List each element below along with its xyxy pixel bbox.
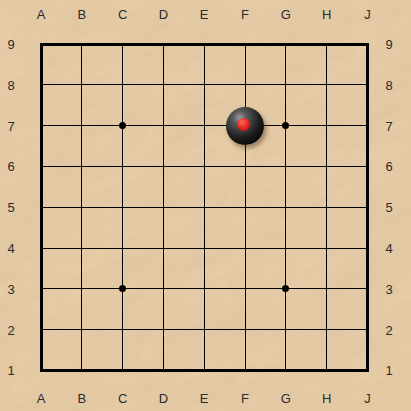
- intersection-G7[interactable]: [265, 105, 306, 146]
- column-label-bottom-J: J: [364, 392, 371, 405]
- intersection-H2[interactable]: [306, 309, 347, 350]
- intersection-J1[interactable]: [347, 350, 388, 391]
- row-label-right-8: 8: [385, 78, 392, 91]
- row-label-left-5: 5: [7, 201, 14, 214]
- intersection-C6[interactable]: [102, 146, 143, 187]
- intersection-J9[interactable]: [347, 24, 388, 65]
- intersection-H1[interactable]: [306, 350, 347, 391]
- intersection-A3[interactable]: [21, 268, 62, 309]
- intersection-C1[interactable]: [102, 350, 143, 391]
- go-board: [21, 24, 388, 391]
- column-label-bottom-B: B: [77, 392, 86, 405]
- stone-black-F7: [226, 107, 264, 145]
- intersection-F5[interactable]: [225, 187, 266, 228]
- column-label-top-E: E: [200, 8, 209, 21]
- intersection-A8[interactable]: [21, 64, 62, 105]
- intersection-F2[interactable]: [225, 309, 266, 350]
- column-label-bottom-C: C: [118, 392, 127, 405]
- intersection-D4[interactable]: [143, 228, 184, 269]
- intersection-F6[interactable]: [225, 146, 266, 187]
- row-label-right-7: 7: [385, 119, 392, 132]
- intersection-G2[interactable]: [265, 309, 306, 350]
- intersection-A4[interactable]: [21, 228, 62, 269]
- row-label-right-4: 4: [385, 242, 392, 255]
- intersection-G3[interactable]: [265, 268, 306, 309]
- intersection-H4[interactable]: [306, 228, 347, 269]
- intersection-H7[interactable]: [306, 105, 347, 146]
- intersection-H9[interactable]: [306, 24, 347, 65]
- intersection-H5[interactable]: [306, 187, 347, 228]
- intersection-A6[interactable]: [21, 146, 62, 187]
- intersection-J4[interactable]: [347, 228, 388, 269]
- intersection-E9[interactable]: [184, 24, 225, 65]
- intersection-D5[interactable]: [143, 187, 184, 228]
- intersection-A5[interactable]: [21, 187, 62, 228]
- intersection-F9[interactable]: [225, 24, 266, 65]
- column-label-top-F: F: [241, 8, 249, 21]
- intersection-B9[interactable]: [61, 24, 102, 65]
- row-label-right-9: 9: [385, 38, 392, 51]
- column-label-bottom-A: A: [37, 392, 46, 405]
- row-label-left-6: 6: [7, 160, 14, 173]
- row-label-left-4: 4: [7, 242, 14, 255]
- column-label-top-B: B: [77, 8, 86, 21]
- intersection-B8[interactable]: [61, 64, 102, 105]
- intersection-C4[interactable]: [102, 228, 143, 269]
- intersection-B1[interactable]: [61, 350, 102, 391]
- row-label-left-8: 8: [7, 78, 14, 91]
- intersection-D3[interactable]: [143, 268, 184, 309]
- column-label-bottom-E: E: [200, 392, 209, 405]
- row-label-left-7: 7: [7, 119, 14, 132]
- intersection-D1[interactable]: [143, 350, 184, 391]
- intersection-H3[interactable]: [306, 268, 347, 309]
- intersection-J5[interactable]: [347, 187, 388, 228]
- column-label-top-H: H: [322, 8, 331, 21]
- intersection-D6[interactable]: [143, 146, 184, 187]
- intersection-F3[interactable]: [225, 268, 266, 309]
- intersection-B5[interactable]: [61, 187, 102, 228]
- intersection-G8[interactable]: [265, 64, 306, 105]
- intersection-J2[interactable]: [347, 309, 388, 350]
- intersection-C2[interactable]: [102, 309, 143, 350]
- intersection-J3[interactable]: [347, 268, 388, 309]
- intersection-E8[interactable]: [184, 64, 225, 105]
- intersection-J8[interactable]: [347, 64, 388, 105]
- intersection-E2[interactable]: [184, 309, 225, 350]
- intersection-C7[interactable]: [102, 105, 143, 146]
- star-point-C7: [119, 122, 126, 129]
- intersection-C5[interactable]: [102, 187, 143, 228]
- intersection-B6[interactable]: [61, 146, 102, 187]
- intersection-F8[interactable]: [225, 64, 266, 105]
- intersection-D7[interactable]: [143, 105, 184, 146]
- intersection-E7[interactable]: [184, 105, 225, 146]
- column-label-top-G: G: [281, 8, 291, 21]
- intersection-D8[interactable]: [143, 64, 184, 105]
- column-label-bottom-G: G: [281, 392, 291, 405]
- row-label-right-6: 6: [385, 160, 392, 173]
- intersection-F7[interactable]: [225, 105, 266, 146]
- intersection-E4[interactable]: [184, 228, 225, 269]
- go-board-screen: AABBCCDDEEFFGGHHJJ998877665544332211: [0, 0, 411, 411]
- column-label-bottom-D: D: [159, 392, 168, 405]
- intersection-J7[interactable]: [347, 105, 388, 146]
- intersection-C3[interactable]: [102, 268, 143, 309]
- intersection-F4[interactable]: [225, 228, 266, 269]
- star-point-C3: [119, 285, 126, 292]
- intersection-D9[interactable]: [143, 24, 184, 65]
- intersection-J6[interactable]: [347, 146, 388, 187]
- intersection-B7[interactable]: [61, 105, 102, 146]
- intersection-G4[interactable]: [265, 228, 306, 269]
- intersection-G5[interactable]: [265, 187, 306, 228]
- intersection-H6[interactable]: [306, 146, 347, 187]
- column-label-top-C: C: [118, 8, 127, 21]
- intersection-D2[interactable]: [143, 309, 184, 350]
- intersection-G6[interactable]: [265, 146, 306, 187]
- column-label-top-J: J: [364, 8, 371, 21]
- column-label-top-D: D: [159, 8, 168, 21]
- row-label-left-9: 9: [7, 38, 14, 51]
- last-move-marker: [237, 118, 250, 131]
- row-label-left-3: 3: [7, 282, 14, 295]
- intersection-A1[interactable]: [21, 350, 62, 391]
- row-label-right-2: 2: [385, 323, 392, 336]
- intersection-A2[interactable]: [21, 309, 62, 350]
- row-label-right-3: 3: [385, 282, 392, 295]
- intersection-C9[interactable]: [102, 24, 143, 65]
- column-label-bottom-F: F: [241, 392, 249, 405]
- column-label-top-A: A: [37, 8, 46, 21]
- star-point-G7: [282, 122, 289, 129]
- intersection-A9[interactable]: [21, 24, 62, 65]
- intersection-E5[interactable]: [184, 187, 225, 228]
- intersection-G9[interactable]: [265, 24, 306, 65]
- intersection-B2[interactable]: [61, 309, 102, 350]
- intersection-E6[interactable]: [184, 146, 225, 187]
- row-label-right-5: 5: [385, 201, 392, 214]
- intersection-C8[interactable]: [102, 64, 143, 105]
- intersection-E1[interactable]: [184, 350, 225, 391]
- intersection-H8[interactable]: [306, 64, 347, 105]
- row-label-left-1: 1: [7, 364, 14, 377]
- intersection-G1[interactable]: [265, 350, 306, 391]
- row-label-right-1: 1: [385, 364, 392, 377]
- intersection-B3[interactable]: [61, 268, 102, 309]
- intersection-B4[interactable]: [61, 228, 102, 269]
- intersection-A7[interactable]: [21, 105, 62, 146]
- row-label-left-2: 2: [7, 323, 14, 336]
- intersection-E3[interactable]: [184, 268, 225, 309]
- intersection-F1[interactable]: [225, 350, 266, 391]
- star-point-G3: [282, 285, 289, 292]
- column-label-bottom-H: H: [322, 392, 331, 405]
